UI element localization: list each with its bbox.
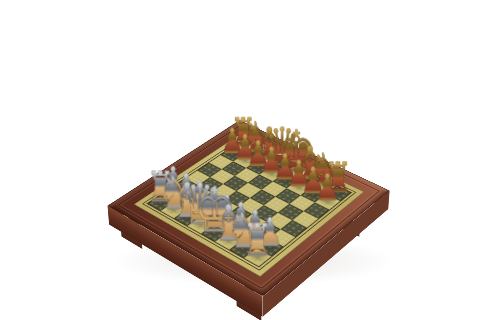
black-pawn-icon: ♟ (315, 171, 340, 206)
scene-3d: ♜♞♝♛♚♝♞♜♟♟♟♟♟♟♟♟♟♟♟♟♟♟♟♟♜♞♝♛♚♝♞♜ (0, 0, 480, 320)
white-rook-icon: ♜ (243, 220, 273, 262)
piece-black-pawn-h7[interactable]: ♟ (305, 141, 349, 201)
chess-set-photo: ♜♞♝♛♚♝♞♜♟♟♟♟♟♟♟♟♟♟♟♟♟♟♟♟♜♞♝♛♚♝♞♜ (0, 0, 480, 320)
chess-board: ♜♞♝♛♚♝♞♜♟♟♟♟♟♟♟♟♟♟♟♟♟♟♟♟♜♞♝♛♚♝♞♜ (108, 120, 390, 296)
piece-white-rook-h1[interactable]: ♜ (234, 192, 282, 257)
